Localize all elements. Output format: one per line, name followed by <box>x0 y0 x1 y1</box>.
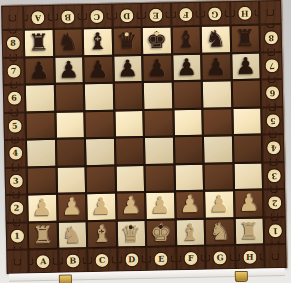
square-f4 <box>173 136 203 164</box>
file-label-bottom-g: G <box>205 245 235 270</box>
frame-corner-ornament <box>264 244 286 268</box>
piece-white-rook: ♜ <box>32 224 53 247</box>
square-h6 <box>231 80 261 108</box>
piece-black-bishop: ♝ <box>87 30 108 53</box>
square-c4 <box>85 138 115 166</box>
square-c5 <box>84 110 114 138</box>
square-c3 <box>86 165 116 193</box>
file-label-bottom-d: D <box>117 247 147 272</box>
piece-black-pawn: ♟ <box>29 59 50 82</box>
coordinate-medallion: 8 <box>5 36 20 51</box>
rank-label-left-5: 5 <box>3 112 26 140</box>
piece-white-queen: ♛ <box>121 222 142 245</box>
square-b3 <box>56 166 86 194</box>
square-h5 <box>232 107 262 135</box>
coordinate-medallion: 3 <box>8 173 23 188</box>
square-a4 <box>26 139 56 167</box>
square-d7: ♟ <box>113 55 143 83</box>
rank-label-right-8: 8 <box>260 24 283 52</box>
coordinate-medallion: 6 <box>6 91 21 106</box>
coordinate-medallion: 4 <box>266 140 281 155</box>
piece-white-rook: ♜ <box>239 219 260 242</box>
square-g7: ♟ <box>201 53 231 81</box>
file-label-top-f: F <box>171 2 201 27</box>
square-g8: ♞ <box>201 25 231 53</box>
piece-black-pawn: ♟ <box>117 57 138 80</box>
file-label-top-c: C <box>82 4 112 29</box>
square-a8: ♜ <box>24 29 54 57</box>
file-label-top-e: E <box>141 2 171 27</box>
square-a6 <box>25 84 55 112</box>
photo-background: ABCDEFGH8♜♞♝♛♚♝♞♜87♟♟♟♟♟♟♟♟7665544332♟♟♟… <box>0 0 291 283</box>
square-f6 <box>172 81 202 109</box>
piece-white-pawn: ♟ <box>61 196 82 219</box>
piece-white-pawn: ♟ <box>209 192 230 215</box>
piece-black-pawn: ♟ <box>88 57 109 80</box>
piece-white-bishop: ♝ <box>180 221 201 244</box>
coordinate-medallion: 7 <box>6 63 21 78</box>
coordinate-medallion: 4 <box>8 146 23 161</box>
file-label-top-b: B <box>53 4 83 29</box>
piece-black-queen: ♛ <box>117 29 138 52</box>
square-h2: ♟ <box>234 190 264 218</box>
square-g4 <box>203 135 233 163</box>
piece-black-rook: ♜ <box>235 27 256 50</box>
square-a1: ♜ <box>28 221 58 249</box>
piece-white-pawn: ♟ <box>179 193 200 216</box>
piece-black-pawn: ♟ <box>58 58 79 81</box>
piece-black-knight: ♞ <box>205 28 226 51</box>
square-d8: ♛ <box>112 27 142 55</box>
rank-label-right-2: 2 <box>263 189 286 217</box>
square-d4 <box>114 137 144 165</box>
square-e6 <box>143 81 173 109</box>
coordinate-medallion: 2 <box>267 195 282 210</box>
square-g3 <box>203 163 233 191</box>
square-e7: ♟ <box>142 54 172 82</box>
rank-label-left-1: 1 <box>6 222 29 250</box>
frame-corner-ornament <box>1 6 23 30</box>
square-b1: ♞ <box>57 221 87 249</box>
chess-box: ABCDEFGH8♜♞♝♛♚♝♞♜87♟♟♟♟♟♟♟♟7665544332♟♟♟… <box>1 0 287 282</box>
coordinate-medallion: 1 <box>267 223 282 238</box>
square-b5 <box>55 111 85 139</box>
square-f8: ♝ <box>171 26 201 54</box>
coordinate-medallion: G <box>213 250 228 265</box>
piece-black-knight: ♞ <box>58 31 79 54</box>
file-label-bottom-c: C <box>87 248 117 273</box>
coordinate-medallion: G <box>207 6 222 21</box>
coordinate-medallion: 6 <box>264 85 279 100</box>
coordinate-medallion: H <box>237 5 252 20</box>
piece-black-pawn: ♟ <box>176 56 197 79</box>
piece-black-bishop: ♝ <box>176 28 197 51</box>
square-c8: ♝ <box>83 28 113 56</box>
rank-label-left-6: 6 <box>3 84 26 112</box>
rank-label-left-4: 4 <box>4 139 27 167</box>
rank-label-right-6: 6 <box>261 79 284 107</box>
square-e4 <box>144 136 174 164</box>
piece-white-pawn: ♟ <box>238 192 259 215</box>
rank-label-left-8: 8 <box>2 29 25 57</box>
coordinate-medallion: A <box>30 10 45 25</box>
square-b4 <box>55 138 85 166</box>
file-label-bottom-h: H <box>235 245 265 270</box>
square-d6 <box>113 82 143 110</box>
coordinate-medallion: A <box>36 253 51 268</box>
piece-black-pawn: ♟ <box>206 55 227 78</box>
chess-board: ABCDEFGH8♜♞♝♛♚♝♞♜87♟♟♟♟♟♟♟♟7665544332♟♟♟… <box>1 0 287 274</box>
file-label-top-g: G <box>200 1 230 26</box>
coordinate-medallion: 1 <box>9 228 24 243</box>
coordinate-medallion: F <box>183 250 198 265</box>
square-h4 <box>232 135 262 163</box>
square-e8: ♚ <box>142 26 172 54</box>
square-e1: ♚ <box>146 219 176 247</box>
piece-white-pawn: ♟ <box>91 195 112 218</box>
rank-label-left-3: 3 <box>5 167 28 195</box>
coordinate-medallion: 8 <box>263 30 278 45</box>
square-d2: ♟ <box>116 192 146 220</box>
rank-label-right-5: 5 <box>261 107 284 135</box>
finial-accent <box>159 224 163 228</box>
square-g6 <box>202 80 232 108</box>
piece-black-pawn: ♟ <box>235 54 256 77</box>
square-c7: ♟ <box>83 55 113 83</box>
coordinate-medallion: 2 <box>9 201 24 216</box>
square-a2: ♟ <box>27 194 57 222</box>
square-h3 <box>233 162 263 190</box>
piece-white-pawn: ♟ <box>120 194 141 217</box>
coordinate-medallion: B <box>65 253 80 268</box>
piece-black-rook: ♜ <box>28 31 49 54</box>
square-c2: ♟ <box>86 193 116 221</box>
square-g1: ♞ <box>205 218 235 246</box>
square-e5 <box>143 109 173 137</box>
piece-black-pawn: ♟ <box>147 56 168 79</box>
piece-white-king: ♚ <box>150 221 171 244</box>
hinge-right <box>235 271 248 282</box>
square-f7: ♟ <box>172 53 202 81</box>
file-label-bottom-a: A <box>28 249 58 274</box>
finial-accent <box>154 32 158 36</box>
file-label-bottom-f: F <box>176 246 206 271</box>
frame-corner-ornament <box>259 0 281 24</box>
square-h1: ♜ <box>234 217 264 245</box>
rank-label-right-3: 3 <box>262 162 285 190</box>
square-c1: ♝ <box>87 220 117 248</box>
square-g2: ♟ <box>204 190 234 218</box>
square-f2: ♟ <box>175 191 205 219</box>
coordinate-medallion: 3 <box>266 168 281 183</box>
piece-white-knight: ♞ <box>62 223 83 246</box>
rank-label-right-4: 4 <box>262 134 285 162</box>
coordinate-medallion: 7 <box>264 58 279 73</box>
file-label-bottom-b: B <box>58 248 88 273</box>
finial-accent <box>129 225 133 229</box>
square-b8: ♞ <box>53 28 83 56</box>
coordinate-medallion: C <box>89 8 104 23</box>
coordinate-medallion: 5 <box>7 118 22 133</box>
square-d1: ♛ <box>116 219 146 247</box>
square-b6 <box>54 83 84 111</box>
square-f3 <box>174 163 204 191</box>
square-f1: ♝ <box>175 218 205 246</box>
coordinate-medallion: E <box>154 251 169 266</box>
square-d3 <box>115 164 145 192</box>
square-d5 <box>114 110 144 138</box>
file-label-top-h: H <box>230 1 260 26</box>
piece-black-king: ♚ <box>146 29 167 52</box>
coordinate-medallion: E <box>148 7 163 22</box>
file-label-top-a: A <box>23 5 53 30</box>
piece-white-pawn: ♟ <box>32 196 53 219</box>
coordinate-medallion: C <box>95 252 110 267</box>
coordinate-medallion: 5 <box>265 113 280 128</box>
square-b7: ♟ <box>54 56 84 84</box>
square-h7: ♟ <box>231 52 261 80</box>
finial-accent <box>125 33 129 37</box>
square-a3 <box>27 166 57 194</box>
coordinate-medallion: H <box>242 249 257 264</box>
file-label-bottom-e: E <box>146 246 176 271</box>
piece-white-pawn: ♟ <box>150 194 171 217</box>
square-e2: ♟ <box>145 191 175 219</box>
square-h8: ♜ <box>230 25 260 53</box>
rank-label-left-2: 2 <box>5 194 28 222</box>
piece-white-knight: ♞ <box>209 220 230 243</box>
square-f5 <box>173 108 203 136</box>
file-label-top-d: D <box>112 3 142 28</box>
frame-corner-ornament <box>6 249 28 273</box>
square-e3 <box>145 164 175 192</box>
square-a5 <box>25 111 55 139</box>
rank-label-left-7: 7 <box>2 57 25 85</box>
piece-white-bishop: ♝ <box>91 222 112 245</box>
coordinate-medallion: D <box>119 8 134 23</box>
square-b2: ♟ <box>57 193 87 221</box>
rank-label-right-1: 1 <box>264 217 287 245</box>
rank-label-right-7: 7 <box>260 52 283 80</box>
coordinate-medallion: F <box>178 6 193 21</box>
square-g5 <box>202 108 232 136</box>
square-c6 <box>84 83 114 111</box>
board-frame: ABCDEFGH8♜♞♝♛♚♝♞♜87♟♟♟♟♟♟♟♟7665544332♟♟♟… <box>1 0 288 274</box>
coordinate-medallion: D <box>124 252 139 267</box>
hinge-left <box>59 275 72 283</box>
square-a7: ♟ <box>24 56 54 84</box>
coordinate-medallion: B <box>60 9 75 24</box>
